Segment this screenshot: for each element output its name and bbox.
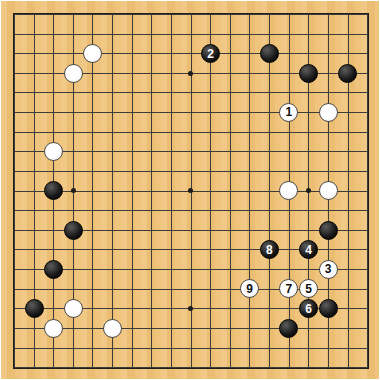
black-stone-move-2-L17[interactable]: 2 [201,44,220,63]
black-stone-C6[interactable] [44,260,63,279]
white-stone-R14[interactable] [319,103,338,122]
white-stone-E17[interactable] [83,44,102,63]
white-stone-move-5-Q5[interactable]: 5 [299,279,318,298]
go-diagram: 139752846 [0,0,380,380]
black-stone-R8[interactable] [319,221,338,240]
white-stone-C12[interactable] [44,142,63,161]
black-stone-P3[interactable] [279,319,298,338]
white-stone-D16[interactable] [64,64,83,83]
white-stone-C3[interactable] [44,319,63,338]
black-stone-C10[interactable] [44,181,63,200]
go-board[interactable]: 139752846 [1,1,379,379]
hoshi-star-point [188,306,193,311]
black-stone-Q16[interactable] [299,64,318,83]
white-stone-move-1-P14[interactable]: 1 [279,103,298,122]
white-stone-move-7-P5[interactable]: 7 [279,279,298,298]
hoshi-star-point [188,188,193,193]
black-stone-move-6-Q4[interactable]: 6 [299,299,318,318]
black-stone-B4[interactable] [25,299,44,318]
black-stone-move-8-O7[interactable]: 8 [260,240,279,259]
white-stone-R10[interactable] [319,181,338,200]
hoshi-star-point [306,188,311,193]
hoshi-star-point [188,71,193,76]
hoshi-star-point [71,188,76,193]
black-stone-move-4-Q7[interactable]: 4 [299,240,318,259]
white-stone-D4[interactable] [64,299,83,318]
white-stone-F3[interactable] [103,319,122,338]
white-stone-move-9-N5[interactable]: 9 [240,279,259,298]
white-stone-move-3-R6[interactable]: 3 [319,260,338,279]
white-stone-P10[interactable] [279,181,298,200]
black-stone-R4[interactable] [319,299,338,318]
stone-layer: 139752846 [5,5,378,378]
black-stone-S16[interactable] [338,64,357,83]
black-stone-D8[interactable] [64,221,83,240]
black-stone-O17[interactable] [260,44,279,63]
